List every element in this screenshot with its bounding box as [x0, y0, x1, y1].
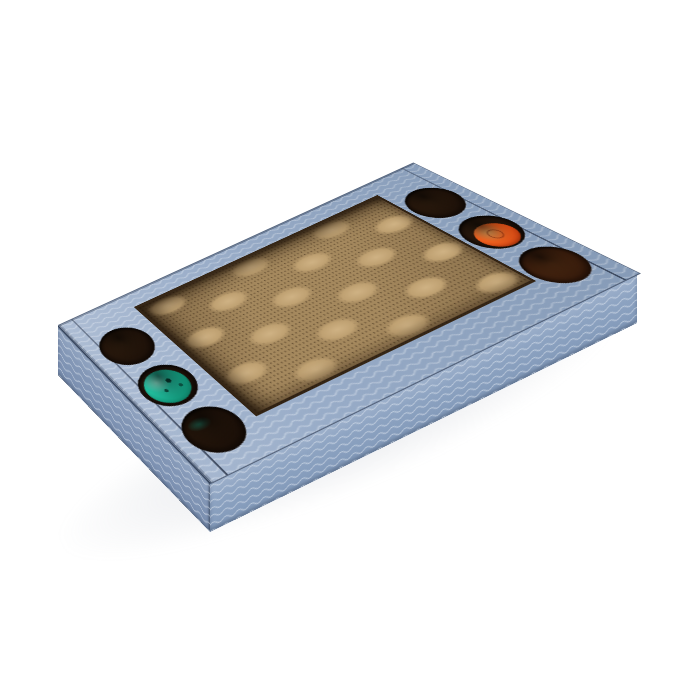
scene	[0, 0, 700, 700]
